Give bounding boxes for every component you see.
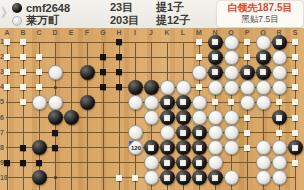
dead-stone-square-mark: [164, 115, 170, 121]
black-territory-marker: [116, 54, 122, 60]
white-territory-marker: [4, 69, 10, 75]
dead-black-stone: [160, 155, 175, 170]
black-stone: [128, 80, 143, 95]
dead-black-stone: [192, 170, 207, 185]
komi-text: 黑贴7.5目: [217, 14, 303, 25]
white-stone: [224, 65, 239, 80]
grid-vline: [119, 42, 120, 190]
white-territory-marker: [36, 84, 42, 90]
dead-black-stone: [240, 65, 255, 80]
dead-black-stone: [160, 170, 175, 185]
dead-stone-square-mark: [180, 115, 186, 121]
dead-stone-square-mark: [212, 175, 218, 181]
white-stone: [272, 155, 287, 170]
white-stone: [208, 140, 223, 155]
dead-black-stone: [176, 110, 191, 125]
black-stone: [32, 140, 47, 155]
black-stone: [80, 95, 95, 110]
white-territory-marker: [292, 84, 298, 90]
white-stone: [144, 110, 159, 125]
white-stone: [208, 125, 223, 140]
white-territory-marker: [244, 145, 250, 151]
score-lead-text: 白领先187.5目: [217, 1, 303, 14]
black-territory-marker: [36, 160, 42, 166]
white-stone: [224, 110, 239, 125]
dead-stone-square-mark: [212, 54, 218, 60]
col-label-L: L: [177, 29, 189, 36]
black-player-name: cmf2648: [26, 2, 110, 14]
white-territory-marker: [292, 99, 298, 105]
dead-black-stone: [272, 35, 287, 50]
white-territory-marker: [196, 39, 202, 45]
black-territory-marker: [20, 145, 26, 151]
dead-black-stone: [144, 140, 159, 155]
dead-stone-square-mark: [260, 69, 266, 75]
white-territory-marker: [244, 39, 250, 45]
grid-vline: [7, 42, 8, 190]
dead-stone-square-mark: [276, 115, 282, 121]
top-bar: 》 cmf2648 23目 提1子 莱万町 203目 提12子 白领先187.5…: [0, 0, 304, 28]
white-territory-marker: [20, 54, 26, 60]
score-estimate-box: 白领先187.5目 黑贴7.5目: [217, 1, 303, 27]
col-label-K: K: [161, 29, 173, 36]
col-label-M: M: [193, 29, 205, 36]
white-stone: [144, 155, 159, 170]
white-territory-marker: [4, 39, 10, 45]
dead-stone-square-mark: [180, 160, 186, 166]
white-stone: [240, 80, 255, 95]
white-territory-marker: [132, 175, 138, 181]
white-stone: [48, 95, 63, 110]
dead-stone-square-mark: [196, 130, 202, 136]
black-territory-marker: [116, 39, 122, 45]
col-label-E: E: [65, 29, 77, 36]
white-stone: [208, 155, 223, 170]
dead-black-stone: [208, 35, 223, 50]
dead-black-stone: [256, 65, 271, 80]
white-territory-marker: [4, 84, 10, 90]
dead-black-stone: [288, 140, 303, 155]
dead-black-stone: [176, 95, 191, 110]
black-territory-marker: [4, 160, 10, 166]
grid-hline: [6, 42, 296, 43]
star-point: [54, 86, 57, 89]
black-stone: [48, 110, 63, 125]
col-label-G: G: [97, 29, 109, 36]
white-territory-marker: [244, 130, 250, 136]
white-stone: [256, 140, 271, 155]
white-stone-move-120: 120: [128, 140, 143, 155]
white-territory-marker: [276, 130, 282, 136]
dead-stone-square-mark: [196, 175, 202, 181]
white-stone: [224, 125, 239, 140]
white-stone: [224, 50, 239, 65]
white-territory-marker: [276, 99, 282, 105]
white-player-row: 莱万町 203目 提12子: [12, 14, 214, 27]
white-territory-marker: [244, 115, 250, 121]
dead-black-stone: [208, 50, 223, 65]
dead-stone-square-mark: [164, 160, 170, 166]
dead-black-stone: [160, 95, 175, 110]
dead-black-stone: [176, 155, 191, 170]
dead-stone-square-mark: [212, 39, 218, 45]
dead-black-stone: [208, 170, 223, 185]
col-label-F: F: [81, 29, 93, 36]
white-stone: [192, 95, 207, 110]
white-stone: [48, 65, 63, 80]
move-number-label: 120: [129, 141, 144, 156]
white-stone: [208, 110, 223, 125]
dead-stone-square-mark: [180, 99, 186, 105]
grid-vline: [103, 42, 104, 190]
black-stone-icon: [12, 3, 22, 13]
col-label-C: C: [33, 29, 45, 36]
dead-stone-square-mark: [196, 145, 202, 151]
black-territory-marker: [116, 69, 122, 75]
white-territory-marker: [292, 54, 298, 60]
dead-black-stone: [176, 140, 191, 155]
dead-black-stone: [192, 155, 207, 170]
white-stone: [224, 170, 239, 185]
black-stone: [64, 110, 79, 125]
white-territory-marker: [20, 39, 26, 45]
grid-vline: [135, 42, 136, 190]
dead-stone-square-mark: [164, 99, 170, 105]
white-stone: [256, 80, 271, 95]
white-territory-marker: [292, 39, 298, 45]
go-board[interactable]: ABCDEFGHIJKLMNOPQRS12345678910120: [0, 28, 304, 190]
black-territory-marker: [52, 130, 58, 136]
white-stone: [256, 155, 271, 170]
black-territory-marker: [100, 69, 106, 75]
white-stone: [32, 95, 47, 110]
white-stone: [272, 140, 287, 155]
white-player-name: 莱万町: [26, 13, 110, 28]
white-stone: [192, 65, 207, 80]
white-stone: [192, 110, 207, 125]
white-territory-marker: [196, 54, 202, 60]
white-territory-marker: [292, 160, 298, 166]
dead-stone-square-mark: [180, 175, 186, 181]
dead-black-stone: [192, 125, 207, 140]
white-stone: [128, 95, 143, 110]
white-stone: [256, 35, 271, 50]
white-stone: [272, 170, 287, 185]
white-stone: [272, 65, 287, 80]
col-label-D: D: [49, 29, 61, 36]
white-stone: [256, 170, 271, 185]
black-territory-marker: [116, 84, 122, 90]
white-stone: [272, 80, 287, 95]
white-stone: [256, 95, 271, 110]
white-territory-marker: [20, 84, 26, 90]
black-territory-marker: [52, 145, 58, 151]
grid-hline: [6, 57, 296, 58]
dead-stone-square-mark: [164, 175, 170, 181]
col-label-B: B: [17, 29, 29, 36]
white-stone: [224, 80, 239, 95]
white-territory-count: 203目: [110, 13, 156, 28]
dead-stone-square-mark: [244, 69, 250, 75]
white-territory-marker: [36, 54, 42, 60]
white-territory-marker: [212, 99, 218, 105]
black-territory-marker: [20, 160, 26, 166]
black-stone: [144, 80, 159, 95]
white-stone: [224, 140, 239, 155]
dead-black-stone: [192, 140, 207, 155]
dead-stone-square-mark: [276, 39, 282, 45]
col-label-H: H: [113, 29, 125, 36]
dead-black-stone: [208, 65, 223, 80]
grid-vline: [39, 42, 40, 190]
white-territory-marker: [20, 69, 26, 75]
white-stone: [224, 35, 239, 50]
white-stone: [208, 80, 223, 95]
grid-vline: [23, 42, 24, 190]
white-captures-count: 提12子: [156, 13, 214, 28]
black-territory-marker: [100, 54, 106, 60]
dead-stone-square-mark: [148, 145, 154, 151]
dead-stone-square-mark: [292, 145, 298, 151]
white-stone-icon: [12, 16, 22, 26]
white-territory-marker: [4, 54, 10, 60]
col-label-A: A: [1, 29, 13, 36]
dead-black-stone: [176, 170, 191, 185]
grid-hline: [6, 132, 296, 133]
col-label-S: S: [289, 29, 301, 36]
white-stone: [176, 80, 191, 95]
white-territory-marker: [292, 115, 298, 121]
dead-stone-square-mark: [196, 160, 202, 166]
dead-stone-square-mark: [212, 69, 218, 75]
dead-black-stone: [272, 110, 287, 125]
dead-black-stone: [160, 110, 175, 125]
white-stone: [160, 125, 175, 140]
dead-stone-square-mark: [164, 145, 170, 151]
white-territory-marker: [244, 54, 250, 60]
white-territory-marker: [116, 175, 122, 181]
dead-black-stone: [176, 125, 191, 140]
dead-stone-square-mark: [180, 145, 186, 151]
dead-stone-square-mark: [180, 130, 186, 136]
dead-black-stone: [160, 140, 175, 155]
white-stone: [272, 50, 287, 65]
dead-stone-square-mark: [260, 54, 266, 60]
white-territory-marker: [36, 69, 42, 75]
dead-black-stone: [256, 50, 271, 65]
col-label-I: I: [129, 29, 141, 36]
black-stone: [80, 65, 95, 80]
black-territory-marker: [100, 84, 106, 90]
white-stone: [160, 80, 175, 95]
white-stone: [144, 95, 159, 110]
white-territory-marker: [20, 99, 26, 105]
white-stone: [240, 95, 255, 110]
white-territory-marker: [228, 99, 234, 105]
col-label-P: P: [241, 29, 253, 36]
go-app-screen: { "app": { "back_chevron": "》" }, "playe…: [0, 0, 304, 190]
white-stone: [128, 125, 143, 140]
col-label-J: J: [145, 29, 157, 36]
white-territory-marker: [196, 84, 202, 90]
white-stone: [144, 170, 159, 185]
black-stone: [32, 170, 47, 185]
white-territory-marker: [292, 69, 298, 75]
white-territory-marker: [292, 130, 298, 136]
